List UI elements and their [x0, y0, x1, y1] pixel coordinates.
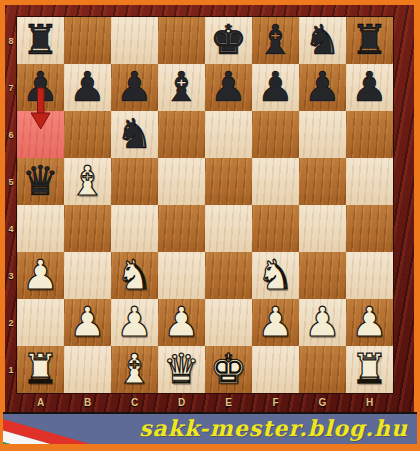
square-d3[interactable] [158, 252, 205, 299]
rank-label-1: 1 [5, 346, 17, 393]
square-c4[interactable] [111, 205, 158, 252]
footer-bar: sakk-mester.blog.hu [3, 412, 417, 444]
square-d5[interactable] [158, 158, 205, 205]
black-rook-h8: ♜ [351, 20, 388, 61]
file-label-g: G [299, 393, 346, 412]
square-b4[interactable] [64, 205, 111, 252]
square-e6[interactable] [205, 111, 252, 158]
white-pawn-c2: ♟ [116, 302, 153, 343]
square-f7[interactable]: ♟ [252, 64, 299, 111]
square-e7[interactable]: ♟ [205, 64, 252, 111]
square-g3[interactable] [299, 252, 346, 299]
square-c1[interactable]: ♝ [111, 346, 158, 393]
square-a6[interactable] [17, 111, 64, 158]
square-d4[interactable] [158, 205, 205, 252]
square-h2[interactable]: ♟ [346, 299, 393, 346]
white-bishop-b5: ♝ [69, 161, 106, 202]
square-d7[interactable]: ♝ [158, 64, 205, 111]
square-h5[interactable] [346, 158, 393, 205]
rank-label-3: 3 [5, 252, 17, 299]
hungary-flag-icon [3, 412, 148, 444]
file-label-f: F [252, 393, 299, 412]
rank-label-5: 5 [5, 158, 17, 205]
file-label-a: A [17, 393, 64, 412]
black-pawn-f7: ♟ [257, 67, 294, 108]
square-d1[interactable]: ♛ [158, 346, 205, 393]
square-h1[interactable]: ♜ [346, 346, 393, 393]
square-c3[interactable]: ♞ [111, 252, 158, 299]
white-pawn-f2: ♟ [257, 302, 294, 343]
square-a1[interactable]: ♜ [17, 346, 64, 393]
file-labels: ABCDEFGH [17, 393, 393, 412]
square-h7[interactable]: ♟ [346, 64, 393, 111]
square-b7[interactable]: ♟ [64, 64, 111, 111]
square-f5[interactable] [252, 158, 299, 205]
file-label-c: C [111, 393, 158, 412]
square-c6[interactable]: ♞ [111, 111, 158, 158]
white-pawn-b2: ♟ [69, 302, 106, 343]
square-c5[interactable] [111, 158, 158, 205]
rank-labels: 87654321 [5, 17, 17, 393]
black-pawn-b7: ♟ [69, 67, 106, 108]
black-pawn-a7: ♟ [22, 67, 59, 108]
square-b8[interactable] [64, 17, 111, 64]
square-e2[interactable] [205, 299, 252, 346]
square-a7[interactable]: ♟ [17, 64, 64, 111]
white-bishop-c1: ♝ [116, 349, 153, 390]
square-b3[interactable] [64, 252, 111, 299]
square-a2[interactable] [17, 299, 64, 346]
white-king-e1: ♚ [210, 349, 247, 390]
rank-label-2: 2 [5, 299, 17, 346]
square-h6[interactable] [346, 111, 393, 158]
square-h8[interactable]: ♜ [346, 17, 393, 64]
black-rook-a8: ♜ [22, 20, 59, 61]
square-f4[interactable] [252, 205, 299, 252]
square-c8[interactable] [111, 17, 158, 64]
black-bishop-d7: ♝ [163, 67, 200, 108]
square-g5[interactable] [299, 158, 346, 205]
black-pawn-c7: ♟ [116, 67, 153, 108]
square-f2[interactable]: ♟ [252, 299, 299, 346]
site-link[interactable]: sakk-mester.blog.hu [139, 415, 408, 441]
square-e8[interactable]: ♚ [205, 17, 252, 64]
file-label-e: E [205, 393, 252, 412]
white-knight-c3: ♞ [116, 255, 153, 296]
white-pawn-h2: ♟ [351, 302, 388, 343]
square-a8[interactable]: ♜ [17, 17, 64, 64]
square-b6[interactable] [64, 111, 111, 158]
square-f6[interactable] [252, 111, 299, 158]
black-king-e8: ♚ [210, 20, 247, 61]
white-pawn-a3: ♟ [22, 255, 59, 296]
file-label-d: D [158, 393, 205, 412]
rank-label-6: 6 [5, 111, 17, 158]
black-knight-g8: ♞ [304, 20, 341, 61]
black-bishop-f8: ♝ [257, 20, 294, 61]
chess-board: ♜♚♝♞♜♟♟♟♝♟♟♟♟♞♛♝♟♞♞♟♟♟♟♟♟♜♝♛♚♜ [17, 17, 393, 393]
square-a4[interactable] [17, 205, 64, 252]
square-d2[interactable]: ♟ [158, 299, 205, 346]
square-a5[interactable]: ♛ [17, 158, 64, 205]
square-f8[interactable]: ♝ [252, 17, 299, 64]
white-rook-h1: ♜ [351, 349, 388, 390]
rank-label-8: 8 [5, 17, 17, 64]
square-b1[interactable] [64, 346, 111, 393]
square-e5[interactable] [205, 158, 252, 205]
square-e3[interactable] [205, 252, 252, 299]
white-knight-f3: ♞ [257, 255, 294, 296]
square-g8[interactable]: ♞ [299, 17, 346, 64]
square-b2[interactable]: ♟ [64, 299, 111, 346]
square-f1[interactable] [252, 346, 299, 393]
rank-label-7: 7 [5, 64, 17, 111]
square-g4[interactable] [299, 205, 346, 252]
square-d8[interactable] [158, 17, 205, 64]
square-e1[interactable]: ♚ [205, 346, 252, 393]
square-g2[interactable]: ♟ [299, 299, 346, 346]
square-g6[interactable] [299, 111, 346, 158]
chess-diagram: 87654321 ♜♚♝♞♜♟♟♟♝♟♟♟♟♞♛♝♟♞♞♟♟♟♟♟♟♜♝♛♚♜ … [0, 0, 420, 451]
square-c2[interactable]: ♟ [111, 299, 158, 346]
square-e4[interactable] [205, 205, 252, 252]
black-pawn-h7: ♟ [351, 67, 388, 108]
file-label-h: H [346, 393, 393, 412]
white-queen-d1: ♛ [163, 349, 200, 390]
black-knight-c6: ♞ [116, 114, 153, 155]
square-g1[interactable] [299, 346, 346, 393]
square-a3[interactable]: ♟ [17, 252, 64, 299]
square-f3[interactable]: ♞ [252, 252, 299, 299]
square-c7[interactable]: ♟ [111, 64, 158, 111]
rank-label-4: 4 [5, 205, 17, 252]
black-pawn-e7: ♟ [210, 67, 247, 108]
file-label-b: B [64, 393, 111, 412]
square-h3[interactable] [346, 252, 393, 299]
square-g7[interactable]: ♟ [299, 64, 346, 111]
black-pawn-g7: ♟ [304, 67, 341, 108]
white-pawn-g2: ♟ [304, 302, 341, 343]
square-h4[interactable] [346, 205, 393, 252]
white-pawn-d2: ♟ [163, 302, 200, 343]
square-b5[interactable]: ♝ [64, 158, 111, 205]
white-rook-a1: ♜ [22, 349, 59, 390]
black-queen-a5: ♛ [22, 161, 59, 202]
square-d6[interactable] [158, 111, 205, 158]
